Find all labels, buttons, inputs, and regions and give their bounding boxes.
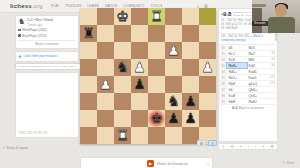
- chevron-right-icon[interactable]: ›: [207, 161, 209, 167]
- white-player[interactable]: WhitePlayer (2461): [18, 28, 76, 32]
- black-move-36[interactable]: g1=Q: [247, 81, 267, 86]
- move-eval: -8.9: [267, 52, 277, 55]
- square-h3[interactable]: [199, 93, 216, 110]
- white-king-c8[interactable]: ♚: [114, 8, 131, 25]
- square-g7[interactable]: [182, 25, 199, 42]
- play-icon: ▶: [147, 160, 154, 167]
- square-e6[interactable]: [148, 42, 165, 59]
- black-move-33[interactable]: Kd2: [247, 63, 267, 68]
- streamer-body: [268, 17, 295, 33]
- white-pawn-d5[interactable]: ♟: [131, 59, 148, 76]
- square-h2[interactable]: [199, 110, 216, 127]
- black-move-30[interactable]: Nc5: [247, 45, 267, 50]
- white-move-32[interactable]: Kc8: [227, 57, 247, 62]
- square-b3[interactable]: [97, 93, 114, 110]
- white-move-37[interactable]: h6: [227, 87, 247, 92]
- move-number: 39: [219, 99, 227, 104]
- square-h4[interactable]: [199, 76, 216, 93]
- move-number: 30: [219, 45, 227, 50]
- square-e1[interactable]: [148, 127, 165, 144]
- square-c3[interactable]: [114, 93, 131, 110]
- square-e7[interactable]: [148, 25, 165, 42]
- black-rook-a7[interactable]: ♜: [80, 25, 97, 42]
- white-move-30[interactable]: d5: [227, 45, 247, 50]
- move-number: 33: [219, 63, 227, 68]
- square-c5[interactable]: ♞: [114, 59, 131, 76]
- square-d8[interactable]: [131, 8, 148, 25]
- square-e8[interactable]: ♜: [148, 8, 165, 25]
- square-g8[interactable]: [182, 8, 199, 25]
- menu-icon[interactable]: ≡: [208, 140, 217, 146]
- move-number: 35: [219, 75, 227, 80]
- settings-icon[interactable]: ⚙: [270, 143, 274, 150]
- move-number: 37: [219, 87, 227, 92]
- black-square-icon: [18, 34, 21, 37]
- square-d2[interactable]: [131, 110, 148, 127]
- white-pawn-h5[interactable]: ♟: [199, 59, 216, 76]
- square-c2[interactable]: [114, 110, 131, 127]
- black-move-32[interactable]: Nf3: [247, 57, 267, 62]
- game-result-text: Black is victorious: [18, 40, 76, 47]
- black-player[interactable]: BlackPlayer (2519): [18, 34, 76, 38]
- square-h5[interactable]: ♟: [199, 59, 216, 76]
- white-rook-e8[interactable]: ♜: [148, 8, 165, 25]
- square-b8[interactable]: [97, 8, 114, 25]
- next-icon[interactable]: ›: [255, 143, 256, 150]
- white-move-33[interactable]: Re8+: [227, 63, 247, 68]
- square-f2[interactable]: ♟: [165, 110, 182, 127]
- square-b4[interactable]: ♟: [97, 76, 114, 93]
- game-timestamp: 2 hours ago: [27, 23, 53, 27]
- square-a7[interactable]: ♜: [80, 25, 97, 42]
- square-a2[interactable]: [80, 110, 97, 127]
- square-b2[interactable]: [97, 110, 114, 127]
- lichess-logo[interactable]: lichess.org: [10, 3, 43, 9]
- square-a6[interactable]: [80, 42, 97, 59]
- white-move-39[interactable]: Kb8: [227, 99, 247, 104]
- square-c1[interactable]: ♜: [114, 127, 131, 144]
- square-g2[interactable]: ♟: [182, 110, 199, 127]
- white-pawn-f6[interactable]: ♟: [165, 42, 182, 59]
- last-icon[interactable]: »: [262, 143, 264, 150]
- move-eval: -12.6: [267, 76, 277, 79]
- square-c8[interactable]: ♚: [114, 8, 131, 25]
- white-move-36[interactable]: Kb8: [227, 81, 247, 86]
- square-h8[interactable]: [199, 8, 216, 25]
- black-pawn-g3[interactable]: ♟: [182, 93, 199, 110]
- square-e5[interactable]: [148, 59, 165, 76]
- move-number: 36: [219, 81, 227, 86]
- square-e3[interactable]: [148, 93, 165, 110]
- hamburger-icon[interactable]: ☰: [197, 140, 206, 146]
- move-number: 32: [219, 57, 227, 62]
- black-pawn-f2[interactable]: ♟: [165, 110, 182, 127]
- square-g4[interactable]: [182, 76, 199, 93]
- webcam-background: [252, 4, 266, 7]
- board-nav-buttons: ☰ ≡: [197, 140, 217, 146]
- square-d1[interactable]: [131, 127, 148, 144]
- diamond-icon: ❖: [18, 54, 22, 59]
- square-g5[interactable]: [182, 59, 199, 76]
- square-b5[interactable]: [97, 59, 114, 76]
- square-e2[interactable]: ♚: [148, 110, 165, 127]
- chess-board[interactable]: ♚♜♜♟♞♟♟♟♟♞♟♚♟♟♜: [80, 8, 216, 144]
- fen-input[interactable]: 2K1R3/r7/5P2/2nP3P/1P1p4/5np1/4kpp1/2R5 …: [15, 63, 89, 70]
- square-d7[interactable]: [131, 25, 148, 42]
- hamburger-icon: ☰: [282, 161, 285, 165]
- black-knight-c5[interactable]: ♞: [114, 59, 131, 76]
- white-square-icon: [18, 29, 21, 32]
- move-list: 30d5Nc531Rc1Ra7-8.932Kc8Nf3-9.433Re8+Kd2…: [219, 45, 277, 105]
- learn-from-mistakes-link[interactable]: ❖ Learn from your mistakes: [15, 51, 79, 62]
- square-c6[interactable]: [114, 42, 131, 59]
- streamer-face: [275, 4, 287, 17]
- nav-item-play[interactable]: PLAY: [51, 4, 60, 8]
- white-move-34[interactable]: Rd1+: [227, 69, 247, 74]
- square-d5[interactable]: ♟: [131, 59, 148, 76]
- black-move-35[interactable]: Kxe1: [247, 75, 267, 80]
- white-rook-c1[interactable]: ♜: [114, 127, 131, 144]
- square-f7[interactable]: [165, 25, 182, 42]
- black-pawn-g2[interactable]: ♟: [182, 110, 199, 127]
- fen-row: 2K1R3/r7/5P2/2nP3P/1P1p4/5np1/4kpp1/2R5 …: [15, 63, 79, 70]
- engine-eval: -9.8: [221, 11, 231, 17]
- first-icon[interactable]: «: [240, 143, 242, 150]
- game-title: 5+3 • Blitz • Rated: [27, 18, 53, 22]
- square-f4[interactable]: [165, 76, 182, 93]
- square-g3[interactable]: ♟: [182, 93, 199, 110]
- black-move-34[interactable]: Kxd1: [247, 69, 267, 74]
- black-move-37[interactable]: Qb6+: [247, 87, 267, 92]
- prev-icon[interactable]: ‹: [248, 143, 249, 150]
- square-f8[interactable]: [165, 8, 182, 25]
- square-a3[interactable]: [80, 93, 97, 110]
- knight-icon: ♞: [18, 18, 25, 26]
- white-move-38[interactable]: Ka8: [227, 93, 247, 98]
- square-c7[interactable]: [114, 25, 131, 42]
- sidebar: ♞ 5+3 • Blitz • Rated 2 hours ago WhiteP…: [15, 15, 79, 138]
- square-g6[interactable]: [182, 42, 199, 59]
- white-move-31[interactable]: Rc1: [227, 51, 247, 56]
- room-label: SPECTATOR ROOM: [19, 132, 47, 135]
- broadcast-text: Watch the broadcast: [157, 162, 207, 166]
- square-d3[interactable]: [131, 93, 148, 110]
- square-b7[interactable]: [97, 25, 114, 42]
- black-move-39[interactable]: Ra8#: [247, 99, 267, 104]
- square-b6[interactable]: [97, 42, 114, 59]
- square-f6[interactable]: ♟: [165, 42, 182, 59]
- broadcast-bar[interactable]: ▶ Watch the broadcast ›: [80, 157, 213, 168]
- analysis-toolbar: ≡⟲«‹›»⚙: [218, 143, 278, 150]
- black-pawn-d4[interactable]: ♟: [131, 76, 148, 93]
- menu-icon[interactable]: ≡: [222, 143, 224, 150]
- variation-comment[interactable]: (33... Nd2 34. Re5 Nf1 — Black is comple…: [219, 34, 277, 45]
- streamer-name-tag: Streamer: [252, 21, 268, 26]
- black-knight-f3[interactable]: ♞: [165, 93, 182, 110]
- move-eval: -27.3: [267, 82, 277, 85]
- move-eval: -9.8: [267, 64, 277, 67]
- more-link[interactable]: ☰ More: [282, 161, 294, 165]
- share-icon: ⇗: [2, 146, 5, 150]
- spectator-room-panel: SPECTATOR ROOM: [15, 72, 79, 138]
- move-number: 38: [219, 93, 227, 98]
- webcam-overlay: Streamer: [252, 0, 300, 33]
- square-a1[interactable]: [80, 127, 97, 144]
- square-d6[interactable]: [131, 42, 148, 59]
- black-move-31[interactable]: Ra7: [247, 51, 267, 56]
- square-f5[interactable]: [165, 59, 182, 76]
- game-info-card: ♞ 5+3 • Blitz • Rated 2 hours ago WhiteP…: [15, 15, 79, 49]
- share-export-link[interactable]: ⇗ Share & export: [2, 146, 62, 150]
- white-pawn-b4[interactable]: ♟: [97, 76, 114, 93]
- black-king-e2[interactable]: ♚: [148, 110, 165, 127]
- flip-icon[interactable]: ⟲: [230, 143, 233, 150]
- square-a8[interactable]: [80, 8, 97, 25]
- square-h7[interactable]: [199, 25, 216, 42]
- black-move-38[interactable]: Qc6+: [247, 93, 267, 98]
- move-eval: -9.4: [267, 58, 277, 61]
- square-a4[interactable]: [80, 76, 97, 93]
- square-c4[interactable]: [114, 76, 131, 93]
- move-number: 31: [219, 51, 227, 56]
- square-f1[interactable]: [165, 127, 182, 144]
- nav-item-puzzles[interactable]: PUZZLES: [66, 4, 82, 8]
- square-d4[interactable]: ♟: [131, 76, 148, 93]
- square-h6[interactable]: [199, 42, 216, 59]
- square-a5[interactable]: [80, 59, 97, 76]
- white-move-35[interactable]: Re1+: [227, 75, 247, 80]
- square-b1[interactable]: [97, 127, 114, 144]
- move-number: 34: [219, 69, 227, 74]
- result-row: 0-1 Black is victorious: [219, 105, 277, 112]
- square-e4[interactable]: [148, 76, 165, 93]
- square-f3[interactable]: ♞: [165, 93, 182, 110]
